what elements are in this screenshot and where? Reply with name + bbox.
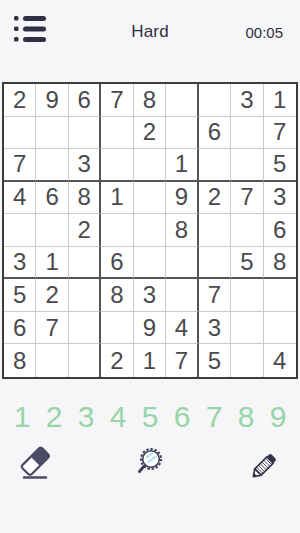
- cell-r1c4[interactable]: 7: [101, 84, 133, 117]
- cell-r1c7[interactable]: [199, 84, 231, 117]
- cell-r6c8[interactable]: 5: [231, 247, 263, 280]
- cell-r1c3[interactable]: 6: [69, 84, 101, 117]
- cell-r2c8[interactable]: [231, 117, 263, 150]
- cell-r6c1[interactable]: 3: [4, 247, 36, 280]
- cell-r3c2[interactable]: [36, 149, 68, 182]
- cell-r3c8[interactable]: [231, 149, 263, 182]
- header: Hard 00:05: [0, 0, 300, 58]
- cell-r8c6[interactable]: 4: [166, 312, 198, 345]
- number-button-3[interactable]: 3: [70, 399, 102, 435]
- number-button-1[interactable]: 1: [6, 399, 38, 435]
- magnifier-icon: [140, 449, 162, 472]
- cell-r5c8[interactable]: [231, 214, 263, 247]
- number-button-2[interactable]: 2: [38, 399, 70, 435]
- cell-r8c8[interactable]: [231, 312, 263, 345]
- cell-r2c7[interactable]: 6: [199, 117, 231, 150]
- number-button-9[interactable]: 9: [262, 399, 294, 435]
- cell-r4c2[interactable]: 6: [36, 182, 68, 215]
- cell-r2c4[interactable]: [101, 117, 133, 150]
- cell-r6c4[interactable]: 6: [101, 247, 133, 280]
- number-button-7[interactable]: 7: [198, 399, 230, 435]
- cell-r7c1[interactable]: 5: [4, 279, 36, 312]
- cell-r3c7[interactable]: [199, 149, 231, 182]
- cell-r9c6[interactable]: 7: [166, 344, 198, 377]
- pencil-button[interactable]: [244, 444, 286, 486]
- cell-r6c9[interactable]: 8: [264, 247, 296, 280]
- cell-r1c8[interactable]: 3: [231, 84, 263, 117]
- number-row: 123456789: [6, 399, 294, 435]
- cell-r9c8[interactable]: [231, 344, 263, 377]
- cell-r2c3[interactable]: [69, 117, 101, 150]
- sudoku-board: 2967831267731546819273286316585283767943…: [2, 82, 298, 379]
- cell-r3c9[interactable]: 5: [264, 149, 296, 182]
- magnifier-button[interactable]: [129, 444, 171, 486]
- cell-r4c3[interactable]: 8: [69, 182, 101, 215]
- cell-r4c8[interactable]: 7: [231, 182, 263, 215]
- cell-r8c9[interactable]: [264, 312, 296, 345]
- cell-r4c5[interactable]: [134, 182, 166, 215]
- cell-r7c4[interactable]: 8: [101, 279, 133, 312]
- cell-r5c2[interactable]: [36, 214, 68, 247]
- cell-r5c4[interactable]: [101, 214, 133, 247]
- cell-r3c1[interactable]: 7: [4, 149, 36, 182]
- number-button-6[interactable]: 6: [166, 399, 198, 435]
- cell-r3c3[interactable]: 3: [69, 149, 101, 182]
- cell-r7c3[interactable]: [69, 279, 101, 312]
- cell-r2c1[interactable]: [4, 117, 36, 150]
- cell-r9c2[interactable]: [36, 344, 68, 377]
- cell-r8c4[interactable]: [101, 312, 133, 345]
- cell-r9c1[interactable]: 8: [4, 344, 36, 377]
- cell-r6c5[interactable]: [134, 247, 166, 280]
- number-button-4[interactable]: 4: [102, 399, 134, 435]
- number-button-5[interactable]: 5: [134, 399, 166, 435]
- cell-r5c1[interactable]: [4, 214, 36, 247]
- cell-r1c2[interactable]: 9: [36, 84, 68, 117]
- cell-r3c4[interactable]: [101, 149, 133, 182]
- cell-r8c2[interactable]: 7: [36, 312, 68, 345]
- pencil-icon: [250, 453, 277, 480]
- cell-r8c7[interactable]: 3: [199, 312, 231, 345]
- cell-r7c2[interactable]: 2: [36, 279, 68, 312]
- cell-r6c6[interactable]: [166, 247, 198, 280]
- cell-r4c9[interactable]: 3: [264, 182, 296, 215]
- eraser-icon: [21, 447, 50, 476]
- cell-r5c7[interactable]: [199, 214, 231, 247]
- cell-r4c6[interactable]: 9: [166, 182, 198, 215]
- cell-r4c4[interactable]: 1: [101, 182, 133, 215]
- cell-r6c7[interactable]: [199, 247, 231, 280]
- cell-r7c8[interactable]: [231, 279, 263, 312]
- cell-r9c7[interactable]: 5: [199, 344, 231, 377]
- cell-r9c4[interactable]: 2: [101, 344, 133, 377]
- cell-r1c5[interactable]: 8: [134, 84, 166, 117]
- cell-r9c3[interactable]: [69, 344, 101, 377]
- cell-r1c9[interactable]: 1: [264, 84, 296, 117]
- cell-r1c1[interactable]: 2: [4, 84, 36, 117]
- cell-r4c1[interactable]: 4: [4, 182, 36, 215]
- cell-r2c2[interactable]: [36, 117, 68, 150]
- cell-r2c9[interactable]: 7: [264, 117, 296, 150]
- difficulty-title: Hard: [131, 22, 169, 42]
- cell-r4c7[interactable]: 2: [199, 182, 231, 215]
- cell-r7c6[interactable]: [166, 279, 198, 312]
- cell-r1c6[interactable]: [166, 84, 198, 117]
- number-button-8[interactable]: 8: [230, 399, 262, 435]
- tool-row: [0, 444, 300, 486]
- cell-r9c9[interactable]: 4: [264, 344, 296, 377]
- cell-r6c2[interactable]: 1: [36, 247, 68, 280]
- cell-r2c5[interactable]: 2: [134, 117, 166, 150]
- cell-r7c7[interactable]: 7: [199, 279, 231, 312]
- cell-r7c5[interactable]: 3: [134, 279, 166, 312]
- game-timer: 00:05: [245, 24, 283, 41]
- cell-r3c6[interactable]: 1: [166, 149, 198, 182]
- cell-r5c3[interactable]: 2: [69, 214, 101, 247]
- cell-r7c9[interactable]: [264, 279, 296, 312]
- cell-r8c1[interactable]: 6: [4, 312, 36, 345]
- cell-r5c9[interactable]: 6: [264, 214, 296, 247]
- menu-list-icon[interactable]: [12, 13, 48, 45]
- cell-r5c5[interactable]: [134, 214, 166, 247]
- cell-r8c3[interactable]: [69, 312, 101, 345]
- cell-r9c5[interactable]: 1: [134, 344, 166, 377]
- cell-r2c6[interactable]: [166, 117, 198, 150]
- cell-r6c3[interactable]: [69, 247, 101, 280]
- cell-r3c5[interactable]: [134, 149, 166, 182]
- eraser-button[interactable]: [14, 444, 56, 486]
- cell-r5c6[interactable]: 8: [166, 214, 198, 247]
- cell-r8c5[interactable]: 9: [134, 312, 166, 345]
